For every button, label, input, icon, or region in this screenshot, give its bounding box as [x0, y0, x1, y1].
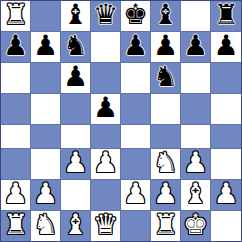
black-queen-icon: ♛ [93, 0, 118, 30]
square-f2[interactable]: ♟ [151, 180, 181, 211]
square-b7[interactable]: ♟ [31, 32, 61, 63]
square-d6[interactable] [91, 63, 121, 94]
white-rook-icon: ♜ [3, 0, 28, 30]
square-c5[interactable] [61, 94, 91, 125]
square-f1[interactable]: ♜ [151, 211, 181, 241]
black-pawn-icon: ♟ [33, 31, 58, 61]
square-d3[interactable]: ♟ [91, 149, 121, 180]
white-pawn-icon: ♟ [123, 179, 148, 209]
white-pawn-icon: ♟ [213, 179, 238, 209]
square-a8[interactable]: ♜ [1, 1, 31, 32]
square-g6[interactable] [181, 63, 211, 94]
square-b6[interactable] [31, 63, 61, 94]
square-e7[interactable]: ♟ [121, 32, 151, 63]
black-bishop-icon: ♝ [153, 0, 178, 30]
white-rook-icon: ♜ [3, 210, 28, 240]
square-d8[interactable]: ♛ [91, 1, 121, 32]
square-a3[interactable] [1, 149, 31, 180]
square-b1[interactable]: ♞ [31, 211, 61, 241]
white-pawn-icon: ♟ [153, 179, 178, 209]
square-b8[interactable] [31, 1, 61, 32]
square-e1[interactable] [121, 211, 151, 241]
square-e2[interactable]: ♟ [121, 180, 151, 211]
square-a4[interactable] [1, 125, 31, 149]
white-queen-icon: ♛ [93, 210, 118, 240]
black-pawn-icon: ♟ [63, 62, 88, 92]
black-pawn-icon: ♟ [213, 31, 238, 61]
black-rook-icon: ♜ [213, 0, 238, 30]
square-a1[interactable]: ♜ [1, 211, 31, 241]
white-pawn-icon: ♟ [93, 148, 118, 178]
black-pawn-icon: ♟ [93, 93, 118, 123]
square-f5[interactable] [151, 94, 181, 125]
square-a2[interactable]: ♟ [1, 180, 31, 211]
white-pawn-icon: ♟ [183, 148, 208, 178]
square-g2[interactable]: ♝ [181, 180, 211, 211]
square-d7[interactable] [91, 32, 121, 63]
white-pawn-icon: ♟ [3, 179, 28, 209]
square-e8[interactable]: ♚ [121, 1, 151, 32]
square-a5[interactable] [1, 94, 31, 125]
black-knight-icon: ♞ [153, 62, 178, 92]
square-e5[interactable] [121, 94, 151, 125]
white-king-icon: ♚ [183, 210, 208, 240]
black-pawn-icon: ♟ [3, 31, 28, 61]
black-pawn-icon: ♟ [153, 31, 178, 61]
square-a7[interactable]: ♟ [1, 32, 31, 63]
square-h7[interactable]: ♟ [211, 32, 241, 63]
square-h4[interactable] [211, 125, 241, 149]
black-king-icon: ♚ [123, 0, 148, 30]
white-pawn-icon: ♟ [63, 148, 88, 178]
white-knight-icon: ♞ [33, 210, 58, 240]
square-f6[interactable]: ♞ [151, 63, 181, 94]
square-f3[interactable]: ♞ [151, 149, 181, 180]
chess-board: ♜♝♛♚♝♜♟♟♞♟♟♟♟♟♞♟♟♟♞♟♟♟♟♟♝♟♜♞♝♛♜♚ [0, 0, 242, 242]
square-h6[interactable] [211, 63, 241, 94]
square-g1[interactable]: ♚ [181, 211, 211, 241]
square-e4[interactable] [121, 125, 151, 149]
white-bishop-icon: ♝ [183, 179, 208, 209]
black-knight-icon: ♞ [63, 31, 88, 61]
square-c8[interactable]: ♝ [61, 1, 91, 32]
square-g7[interactable]: ♟ [181, 32, 211, 63]
square-g3[interactable]: ♟ [181, 149, 211, 180]
square-c1[interactable]: ♝ [61, 211, 91, 241]
square-c7[interactable]: ♞ [61, 32, 91, 63]
square-g8[interactable] [181, 1, 211, 32]
square-f8[interactable]: ♝ [151, 1, 181, 32]
white-knight-icon: ♞ [153, 148, 178, 178]
square-h1[interactable] [211, 211, 241, 241]
square-h3[interactable] [211, 149, 241, 180]
white-pawn-icon: ♟ [33, 179, 58, 209]
square-c6[interactable]: ♟ [61, 63, 91, 94]
square-d2[interactable] [91, 180, 121, 211]
square-d5[interactable]: ♟ [91, 94, 121, 125]
square-a6[interactable] [1, 63, 31, 94]
square-b3[interactable] [31, 149, 61, 180]
square-e3[interactable] [121, 149, 151, 180]
square-c3[interactable]: ♟ [61, 149, 91, 180]
square-f7[interactable]: ♟ [151, 32, 181, 63]
square-d1[interactable]: ♛ [91, 211, 121, 241]
black-pawn-icon: ♟ [123, 31, 148, 61]
square-b4[interactable] [31, 125, 61, 149]
square-b2[interactable]: ♟ [31, 180, 61, 211]
square-e6[interactable] [121, 63, 151, 94]
square-h2[interactable]: ♟ [211, 180, 241, 211]
black-bishop-icon: ♝ [63, 0, 88, 30]
square-h8[interactable]: ♜ [211, 1, 241, 32]
white-bishop-icon: ♝ [63, 210, 88, 240]
square-g5[interactable] [181, 94, 211, 125]
square-h5[interactable] [211, 94, 241, 125]
square-b5[interactable] [31, 94, 61, 125]
square-c2[interactable] [61, 180, 91, 211]
white-rook-icon: ♜ [153, 210, 178, 240]
black-pawn-icon: ♟ [183, 31, 208, 61]
